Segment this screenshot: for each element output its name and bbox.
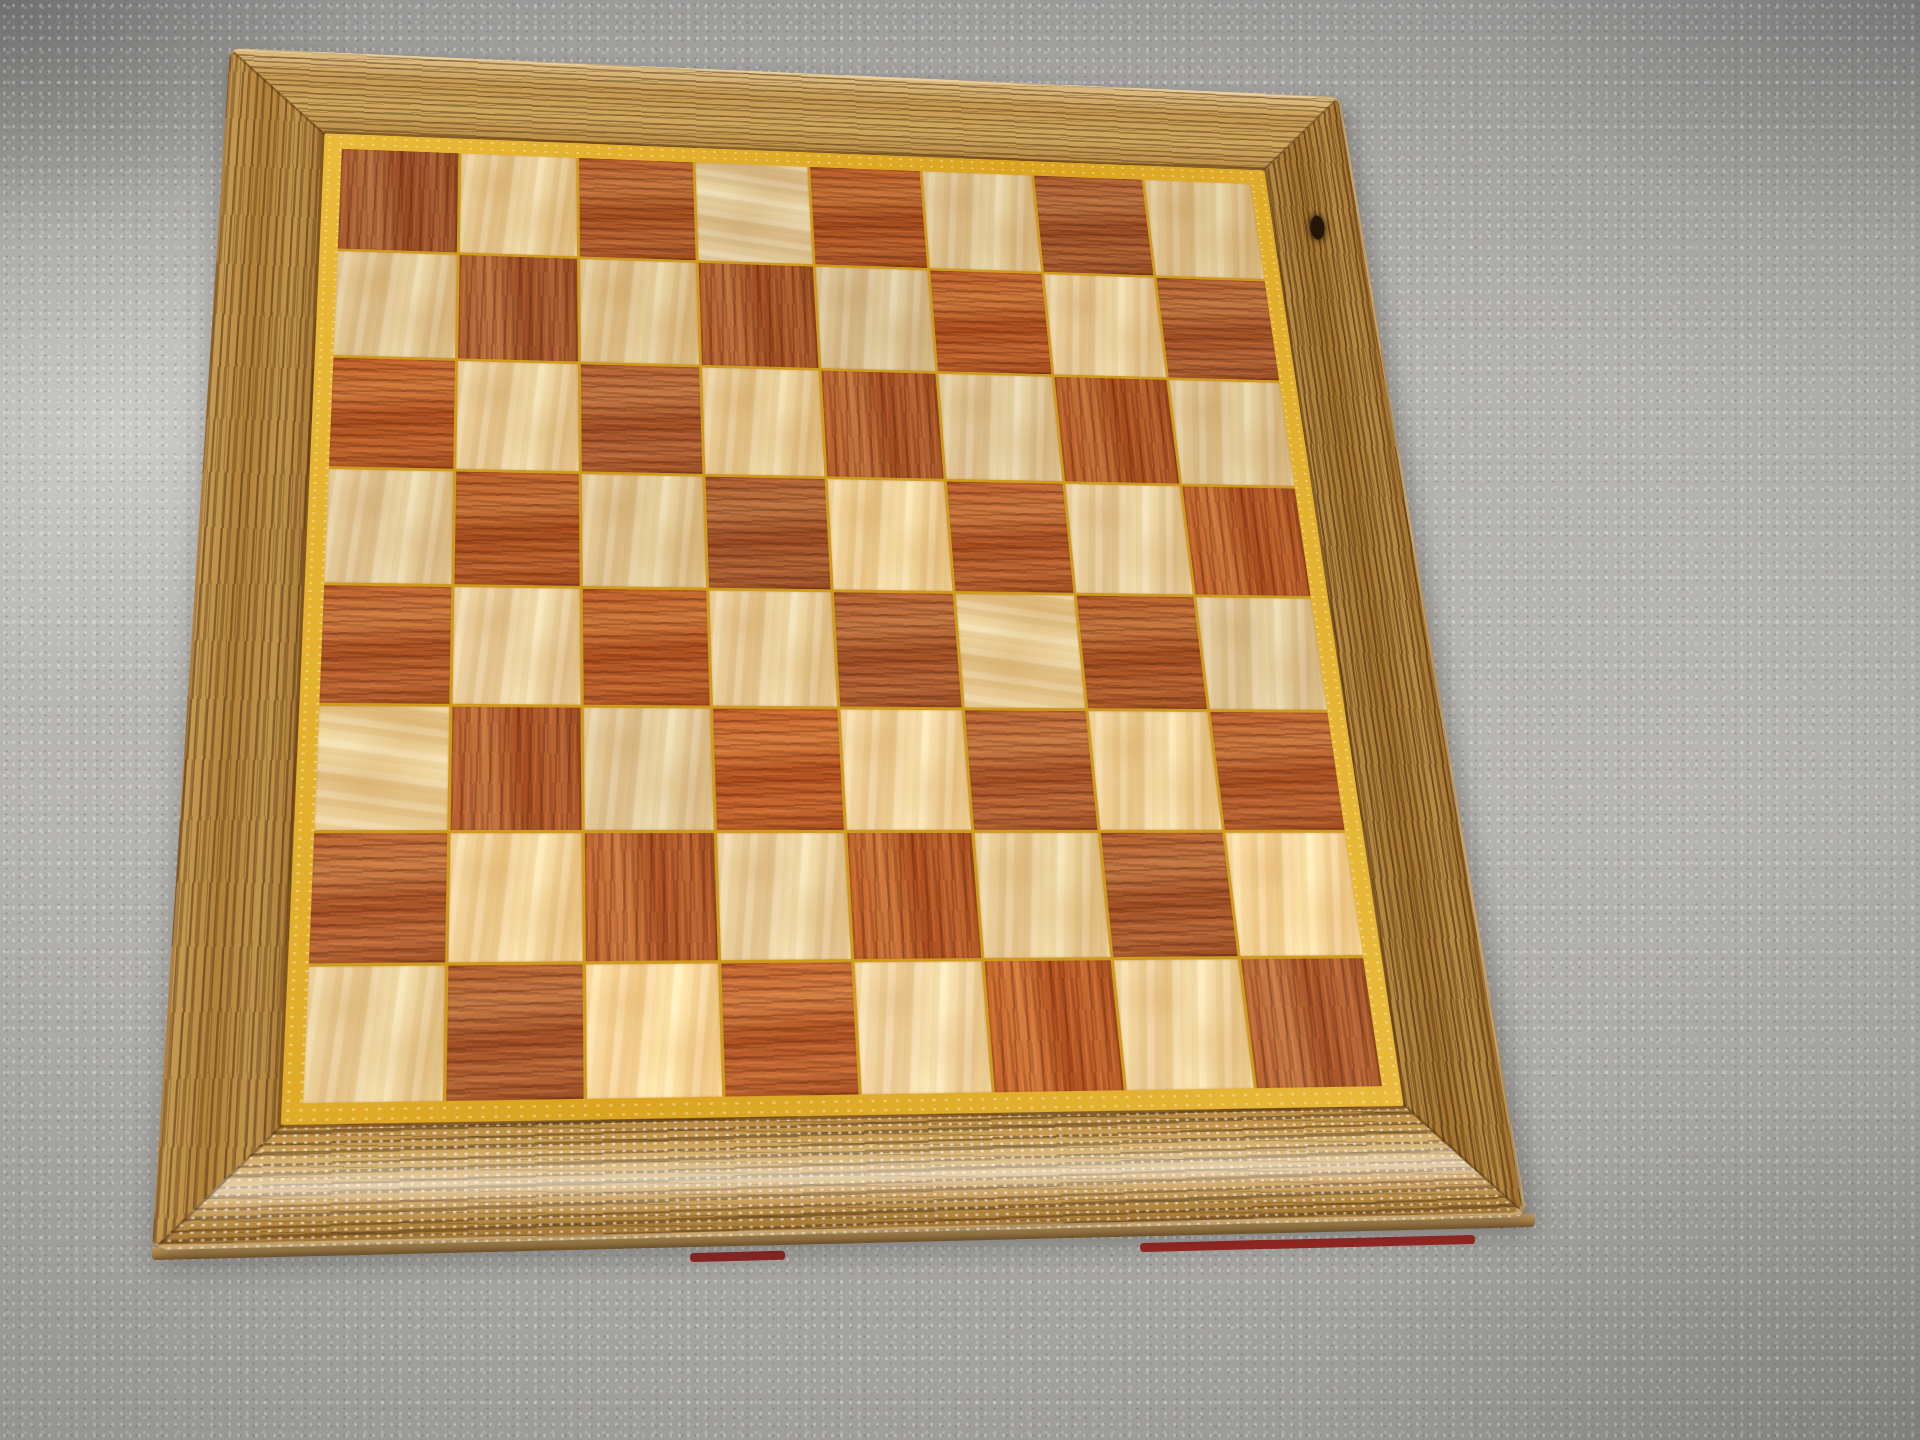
square-e8[interactable] — [810, 167, 928, 268]
square-h3[interactable] — [1210, 712, 1344, 830]
square-b8[interactable] — [460, 153, 577, 256]
square-a6[interactable] — [329, 357, 455, 468]
square-h8[interactable] — [1144, 180, 1264, 279]
square-d7[interactable] — [698, 263, 818, 368]
square-b2[interactable] — [448, 833, 582, 962]
square-e5[interactable] — [827, 479, 953, 591]
square-f3[interactable] — [965, 711, 1097, 830]
square-g5[interactable] — [1066, 484, 1193, 594]
square-e2[interactable] — [847, 833, 982, 959]
square-g7[interactable] — [1044, 274, 1166, 377]
square-d5[interactable] — [705, 476, 830, 589]
square-f8[interactable] — [923, 171, 1042, 271]
square-g3[interactable] — [1089, 712, 1222, 831]
square-c3[interactable] — [584, 708, 714, 830]
square-h4[interactable] — [1196, 597, 1327, 710]
playing-field — [303, 149, 1382, 1103]
red-object-under-board — [690, 1251, 785, 1262]
square-f1[interactable] — [985, 960, 1124, 1092]
square-c5[interactable] — [582, 474, 706, 587]
square-d3[interactable] — [713, 709, 844, 830]
square-c8[interactable] — [579, 158, 695, 260]
square-f7[interactable] — [931, 270, 1052, 374]
square-d6[interactable] — [702, 367, 824, 476]
square-b6[interactable] — [456, 361, 578, 471]
square-d1[interactable] — [721, 963, 858, 1097]
square-h1[interactable] — [1241, 958, 1382, 1088]
square-c6[interactable] — [581, 364, 702, 473]
square-d8[interactable] — [695, 162, 812, 264]
square-a8[interactable] — [338, 149, 458, 252]
square-b4[interactable] — [452, 587, 580, 705]
square-c1[interactable] — [586, 964, 722, 1099]
square-h7[interactable] — [1157, 278, 1279, 380]
square-g2[interactable] — [1101, 833, 1237, 957]
square-b1[interactable] — [446, 965, 583, 1101]
square-a3[interactable] — [314, 706, 449, 830]
square-g4[interactable] — [1077, 595, 1207, 709]
square-h2[interactable] — [1225, 833, 1362, 956]
square-g8[interactable] — [1034, 176, 1153, 276]
square-e1[interactable] — [854, 961, 992, 1094]
square-g6[interactable] — [1055, 377, 1179, 484]
square-a2[interactable] — [309, 833, 447, 963]
chessboard — [152, 48, 1527, 1250]
carpet-background — [0, 0, 1920, 1440]
square-h5[interactable] — [1182, 486, 1310, 596]
square-b7[interactable] — [458, 255, 578, 361]
square-a7[interactable] — [334, 251, 457, 358]
square-g1[interactable] — [1114, 959, 1254, 1090]
square-c7[interactable] — [580, 259, 699, 365]
square-f6[interactable] — [939, 374, 1063, 481]
square-a1[interactable] — [303, 966, 445, 1103]
square-e3[interactable] — [840, 710, 972, 830]
square-e4[interactable] — [833, 592, 962, 708]
square-a4[interactable] — [319, 585, 451, 704]
square-f4[interactable] — [956, 593, 1085, 708]
red-object-under-board — [1140, 1235, 1475, 1252]
square-c4[interactable] — [583, 588, 710, 706]
square-d4[interactable] — [709, 590, 837, 707]
square-e7[interactable] — [815, 267, 935, 371]
square-b3[interactable] — [450, 707, 581, 830]
square-c2[interactable] — [585, 833, 718, 961]
square-d2[interactable] — [717, 833, 851, 960]
square-a5[interactable] — [324, 469, 453, 584]
square-b5[interactable] — [454, 471, 579, 585]
square-f5[interactable] — [947, 481, 1074, 592]
square-e6[interactable] — [821, 370, 944, 478]
square-f2[interactable] — [975, 833, 1111, 958]
square-h6[interactable] — [1169, 380, 1294, 486]
